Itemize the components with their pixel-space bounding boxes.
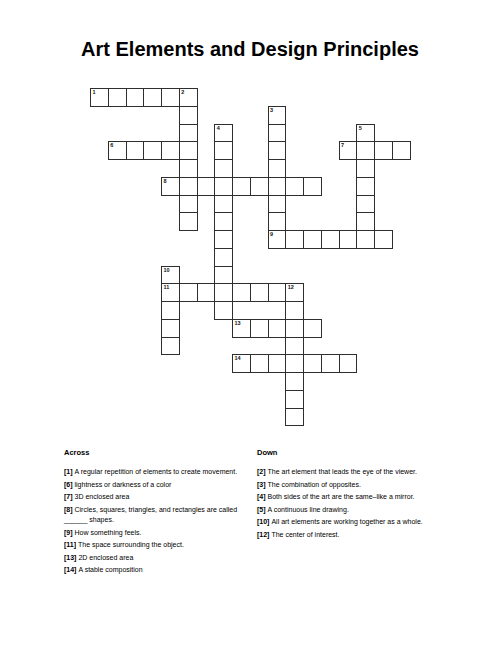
clue-down-10: [10] All art elements are working togeth…	[257, 517, 441, 528]
clue-down-2: [2] The art element that leads the eye o…	[257, 467, 441, 478]
clue-number-across-7: [7]	[64, 493, 75, 500]
clue-number-across-13: [13]	[64, 554, 78, 561]
grid-cell-r5c12[interactable]	[303, 177, 322, 196]
grid-cell-r12c4[interactable]	[161, 301, 180, 320]
grid-cell-r13c11[interactable]	[285, 319, 304, 338]
grid-cell-r7c10[interactable]	[268, 212, 287, 231]
grid-cell-r6c10[interactable]	[268, 195, 287, 214]
clue-number-across-1: [1]	[64, 468, 75, 475]
cell-number-6: 6	[110, 143, 113, 149]
grid-cell-r3c14[interactable]: 7	[339, 141, 358, 160]
down-header: Down	[257, 448, 441, 457]
clue-number-across-9: [9]	[64, 529, 75, 536]
grid-cell-r5c9[interactable]	[250, 177, 269, 196]
grid-cell-r11c8[interactable]	[232, 283, 251, 302]
grid-cell-r9c7[interactable]	[214, 248, 233, 267]
grid-cell-r13c4[interactable]	[161, 319, 180, 338]
grid-cell-r15c9[interactable]	[250, 354, 269, 373]
grid-cell-r8c16[interactable]	[374, 230, 393, 249]
grid-cell-r13c9[interactable]	[250, 319, 269, 338]
grid-cell-r17c11[interactable]	[285, 390, 304, 409]
clue-number-across-6: [6]	[64, 481, 75, 488]
clue-across-11: [11] The space surrounding the object.	[64, 540, 248, 551]
grid-cell-r0c2[interactable]	[126, 88, 145, 107]
grid-cell-r7c7[interactable]	[214, 212, 233, 231]
clue-across-8: [8] Circles, squares, triangles, and rec…	[64, 505, 248, 526]
cell-number-11: 11	[164, 285, 170, 291]
grid-cell-r8c11[interactable]	[285, 230, 304, 249]
grid-cell-r12c7[interactable]	[214, 301, 233, 320]
grid-cell-r5c8[interactable]	[232, 177, 251, 196]
grid-cell-r7c15[interactable]	[356, 212, 375, 231]
clue-across-9: [9] How something feels.	[64, 528, 248, 539]
clue-down-12: [12] The center of interest.	[257, 530, 441, 541]
cell-number-12: 12	[288, 285, 294, 291]
grid-cell-r1c10[interactable]: 3	[268, 106, 287, 125]
clue-across-6: [6] lightness or darkness of a color	[64, 480, 248, 491]
clue-down-4: [4] Both sides of the art are the same–l…	[257, 492, 441, 503]
grid-cell-r4c7[interactable]	[214, 159, 233, 178]
grid-cell-r15c8[interactable]: 14	[232, 354, 251, 373]
grid-cell-r2c5[interactable]	[179, 124, 198, 143]
grid-cell-r3c1[interactable]: 6	[108, 141, 127, 160]
cell-number-5: 5	[359, 126, 362, 132]
clue-number-down-10: [10]	[257, 518, 271, 525]
grid-cell-r0c1[interactable]	[108, 88, 127, 107]
clue-across-7: [7] 3D enclosed area	[64, 492, 248, 503]
grid-cell-r8c15[interactable]	[356, 230, 375, 249]
grid-cell-r3c15[interactable]	[356, 141, 375, 160]
grid-cell-r15c12[interactable]	[303, 354, 322, 373]
grid-cell-r2c10[interactable]	[268, 124, 287, 143]
cell-number-9: 9	[270, 232, 273, 238]
grid-cell-r10c4[interactable]: 10	[161, 266, 180, 285]
clue-number-across-14: [14]	[64, 566, 78, 573]
grid-cell-r6c15[interactable]	[356, 195, 375, 214]
down-clues-section: Down [2] The art element that leads the …	[257, 448, 441, 542]
grid-cell-r15c11[interactable]	[285, 354, 304, 373]
grid-cell-r11c9[interactable]	[250, 283, 269, 302]
grid-cell-r13c8[interactable]: 13	[232, 319, 251, 338]
grid-cell-r7c5[interactable]	[179, 212, 198, 231]
clue-across-14: [14] A stable composition	[64, 565, 248, 576]
grid-cell-r12c11[interactable]	[285, 301, 304, 320]
grid-cell-r0c5[interactable]: 2	[179, 88, 198, 107]
grid-cell-r3c16[interactable]	[374, 141, 393, 160]
grid-cell-r5c15[interactable]	[356, 177, 375, 196]
worksheet-page: Art Elements and Design Principles 12345…	[0, 0, 500, 647]
grid-cell-r4c15[interactable]	[356, 159, 375, 178]
cell-number-7: 7	[341, 143, 344, 149]
grid-cell-r2c7[interactable]: 4	[214, 124, 233, 143]
cell-number-10: 10	[164, 268, 170, 274]
down-clue-list: [2] The art element that leads the eye o…	[257, 467, 441, 540]
grid-cell-r10c7[interactable]	[214, 266, 233, 285]
grid-cell-r11c6[interactable]	[197, 283, 216, 302]
clue-down-5: [5] A continuous line drawing.	[257, 505, 441, 516]
cell-number-1: 1	[93, 90, 96, 96]
grid-cell-r15c10[interactable]	[268, 354, 287, 373]
grid-cell-r4c10[interactable]	[268, 159, 287, 178]
clue-number-down-2: [2]	[257, 468, 268, 475]
grid-cell-r5c11[interactable]	[285, 177, 304, 196]
grid-cell-r11c10[interactable]	[268, 283, 287, 302]
clue-number-down-4: [4]	[257, 493, 268, 500]
grid-cell-r5c7[interactable]	[214, 177, 233, 196]
grid-cell-r0c0[interactable]: 1	[90, 88, 109, 107]
grid-cell-r5c6[interactable]	[197, 177, 216, 196]
cell-number-4: 4	[217, 126, 220, 132]
clue-across-1: [1] A regular repetition of elements to …	[64, 467, 248, 478]
grid-cell-r15c14[interactable]	[339, 354, 358, 373]
grid-cell-r8c13[interactable]	[321, 230, 340, 249]
grid-cell-r2c15[interactable]: 5	[356, 124, 375, 143]
clue-across-13: [13] 2D enclosed area	[64, 553, 248, 564]
clue-number-down-3: [3]	[257, 481, 268, 488]
grid-cell-r8c7[interactable]	[214, 230, 233, 249]
grid-cell-r11c7[interactable]	[214, 283, 233, 302]
grid-cell-r8c14[interactable]	[339, 230, 358, 249]
clue-number-across-11: [11]	[64, 541, 78, 548]
grid-cell-r14c11[interactable]	[285, 337, 304, 356]
grid-cell-r6c7[interactable]	[214, 195, 233, 214]
grid-cell-r3c10[interactable]	[268, 141, 287, 160]
grid-cell-r6c5[interactable]	[179, 195, 198, 214]
clue-down-3: [3] The combination of opposites.	[257, 480, 441, 491]
grid-cell-r8c12[interactable]	[303, 230, 322, 249]
grid-cell-r0c3[interactable]	[143, 88, 162, 107]
grid-cell-r3c17[interactable]	[392, 141, 411, 160]
cell-number-13: 13	[235, 321, 241, 327]
grid-cell-r14c4[interactable]	[161, 337, 180, 356]
grid-cell-r16c11[interactable]	[285, 372, 304, 391]
grid-cell-r11c11[interactable]: 12	[285, 283, 304, 302]
grid-cell-r13c10[interactable]	[268, 319, 287, 338]
clue-number-across-8: [8]	[64, 506, 75, 513]
cell-number-14: 14	[235, 356, 241, 362]
grid-cell-r11c4[interactable]: 11	[161, 283, 180, 302]
grid-cell-r3c5[interactable]	[179, 141, 198, 160]
grid-cell-r5c4[interactable]: 8	[161, 177, 180, 196]
across-clue-list: [1] A regular repetition of elements to …	[64, 467, 248, 576]
grid-cell-r0c4[interactable]	[161, 88, 180, 107]
grid-cell-r3c3[interactable]	[143, 141, 162, 160]
grid-cell-r3c4[interactable]	[161, 141, 180, 160]
across-header: Across	[64, 448, 248, 457]
grid-cell-r13c12[interactable]	[303, 319, 322, 338]
across-clues-section: Across [1] A regular repetition of eleme…	[64, 448, 248, 578]
grid-cell-r5c5[interactable]	[179, 177, 198, 196]
clue-number-down-5: [5]	[257, 506, 268, 513]
grid-cell-r11c5[interactable]	[179, 283, 198, 302]
cell-number-8: 8	[164, 179, 167, 185]
page-title: Art Elements and Design Principles	[0, 38, 500, 61]
clue-number-down-12: [12]	[257, 531, 271, 538]
grid-cell-r3c2[interactable]	[126, 141, 145, 160]
grid-cell-r1c5[interactable]	[179, 106, 198, 125]
grid-cell-r15c13[interactable]	[321, 354, 340, 373]
grid-cell-r8c10[interactable]: 9	[268, 230, 287, 249]
grid-cell-r3c7[interactable]	[214, 141, 233, 160]
crossword-grid: 1234567891011121314	[90, 88, 410, 426]
cell-number-3: 3	[270, 108, 273, 114]
grid-cell-r4c5[interactable]	[179, 159, 198, 178]
grid-cell-r5c10[interactable]	[268, 177, 287, 196]
grid-cell-r18c11[interactable]	[285, 408, 304, 427]
cell-number-2: 2	[181, 90, 184, 96]
